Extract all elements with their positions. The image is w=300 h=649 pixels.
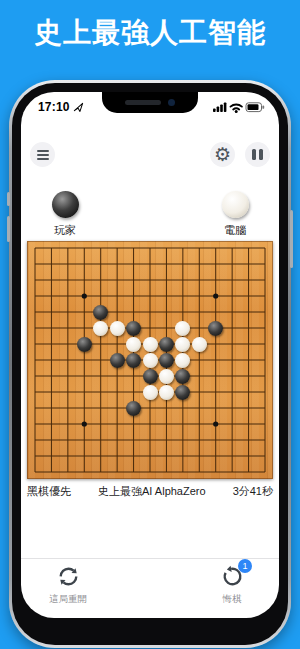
star-point xyxy=(82,293,87,298)
black-stone xyxy=(143,369,158,384)
speaker-slot xyxy=(125,100,161,105)
first-move-label: 黑棋優先 xyxy=(27,484,71,499)
white-stone xyxy=(126,337,141,352)
app-screen: 17:10 xyxy=(21,92,279,618)
star-point xyxy=(213,421,218,426)
black-stone xyxy=(159,337,174,352)
volume-button xyxy=(7,216,10,242)
game-board[interactable] xyxy=(27,241,273,479)
white-stone xyxy=(143,385,158,400)
gear-icon: ⚙ xyxy=(214,145,231,164)
white-stone xyxy=(143,353,158,368)
front-camera xyxy=(168,99,175,106)
players-row: 玩家 電腦 xyxy=(21,191,279,238)
game-status-row: 黑棋優先 史上最強AI AlphaZero 3分41秒 xyxy=(27,484,273,499)
undo-button[interactable]: 悔棋 1 xyxy=(202,563,262,606)
pause-button[interactable] xyxy=(245,142,270,167)
battery-icon xyxy=(246,103,264,112)
power-button xyxy=(290,210,293,268)
black-stone-avatar xyxy=(52,191,79,218)
hamburger-icon xyxy=(37,150,49,152)
black-stone xyxy=(77,337,92,352)
star-point xyxy=(82,421,87,426)
phone-frame: 17:10 xyxy=(9,80,291,648)
white-stone xyxy=(159,369,174,384)
black-stone xyxy=(126,401,141,416)
restart-label: 這局重開 xyxy=(49,593,87,606)
black-stone xyxy=(175,369,190,384)
pause-icon xyxy=(252,149,263,160)
restart-button[interactable]: 這局重開 xyxy=(38,563,98,606)
cellular-signal-icon xyxy=(213,103,226,113)
black-stone xyxy=(93,305,108,320)
phone-bezel: 17:10 xyxy=(12,83,288,645)
white-stone xyxy=(175,321,190,336)
player-black: 玩家 xyxy=(42,191,88,238)
toolbar-divider xyxy=(21,558,279,559)
player-black-label: 玩家 xyxy=(54,223,76,238)
white-stone xyxy=(110,321,125,336)
notch xyxy=(102,92,198,113)
player-white-label: 電腦 xyxy=(224,223,246,238)
app-title: 史上最強人工智能 xyxy=(0,14,300,52)
white-stone xyxy=(192,337,207,352)
location-arrow-icon xyxy=(73,102,84,113)
undo-count-badge: 1 xyxy=(238,559,252,573)
toolbar: 這局重開 悔棋 1 xyxy=(21,563,279,606)
white-stone xyxy=(93,321,108,336)
black-stone xyxy=(126,321,141,336)
wifi-dot xyxy=(235,110,238,113)
header: ⚙ xyxy=(21,142,279,167)
white-stone xyxy=(175,337,190,352)
white-stone-avatar xyxy=(222,191,249,218)
clock-time: 17:10 xyxy=(38,100,70,114)
status-icons xyxy=(213,100,265,114)
star-point xyxy=(213,293,218,298)
wifi-icon xyxy=(231,104,242,109)
white-stone xyxy=(159,385,174,400)
black-stone xyxy=(110,353,125,368)
player-white: 電腦 xyxy=(212,191,258,238)
black-stone xyxy=(159,353,174,368)
settings-button[interactable]: ⚙ xyxy=(210,142,235,167)
black-stone xyxy=(126,353,141,368)
mute-switch xyxy=(7,192,10,206)
undo-label: 悔棋 xyxy=(223,593,242,606)
white-stone xyxy=(175,353,190,368)
black-stone xyxy=(208,321,223,336)
menu-button[interactable] xyxy=(30,142,55,167)
ai-name-label: 史上最強AI AlphaZero xyxy=(98,484,206,499)
elapsed-time: 3分41秒 xyxy=(233,484,273,499)
restart-icon xyxy=(55,563,82,590)
white-stone xyxy=(143,337,158,352)
black-stone xyxy=(175,385,190,400)
